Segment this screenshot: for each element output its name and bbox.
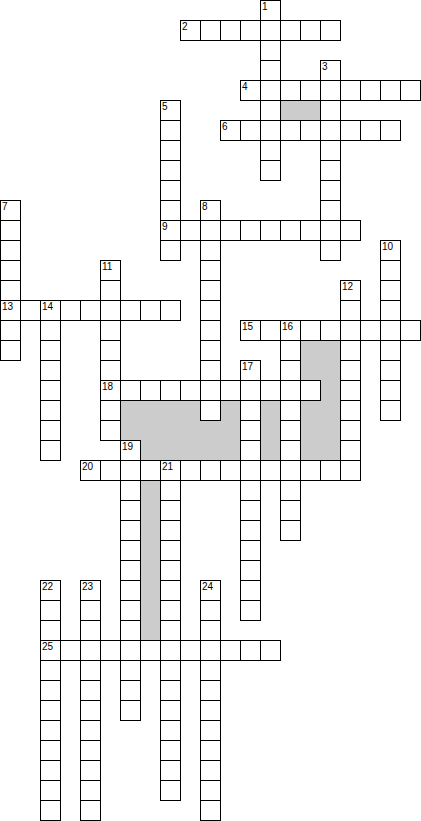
cell-r39c8[interactable]: [160, 780, 181, 801]
cell-r12c10[interactable]: [200, 240, 221, 261]
cell-r25c8[interactable]: [160, 500, 181, 521]
cell-r30c6[interactable]: [120, 600, 141, 621]
cell-r36c8[interactable]: [160, 720, 181, 741]
cell-r23c15[interactable]: [300, 460, 321, 481]
cell-r18c12[interactable]: 17: [240, 360, 261, 381]
cell-r20c17[interactable]: [340, 400, 361, 421]
cell-r4c17[interactable]: [340, 80, 361, 101]
clue-number-18: 18: [102, 381, 113, 393]
cell-r18c10[interactable]: [200, 360, 221, 381]
cell-r6c14[interactable]: [280, 120, 301, 141]
clue-number-15: 15: [242, 321, 253, 333]
cell-r31c4[interactable]: [80, 620, 101, 641]
cell-r40c4[interactable]: [80, 800, 101, 821]
cell-r25c14[interactable]: [280, 500, 301, 521]
shaded-cell-r30c7: [140, 600, 161, 621]
shaded-cell-r24c7: [140, 480, 161, 501]
cell-r16c12[interactable]: 15: [240, 320, 261, 341]
cell-r30c10[interactable]: [200, 600, 221, 621]
cell-r20c2[interactable]: [40, 400, 61, 421]
cell-r31c6[interactable]: [120, 620, 141, 641]
cell-r19c6[interactable]: [120, 380, 141, 401]
cell-r10c16[interactable]: [320, 200, 341, 221]
cell-r15c6[interactable]: [120, 300, 141, 321]
cell-r18c14[interactable]: [280, 360, 301, 381]
cell-r6c18[interactable]: [360, 120, 381, 141]
cell-r11c12[interactable]: [240, 220, 261, 241]
cell-r1c10[interactable]: [200, 20, 221, 41]
cell-r1c12[interactable]: [240, 20, 261, 41]
cell-r1c9[interactable]: 2: [180, 20, 201, 41]
cell-r6c15[interactable]: [300, 120, 321, 141]
cell-r34c6[interactable]: [120, 680, 141, 701]
shaded-cell-r26c7: [140, 520, 161, 541]
cell-r22c17[interactable]: [340, 440, 361, 461]
cell-r4c12[interactable]: 4: [240, 80, 261, 101]
clue-number-1: 1: [262, 1, 268, 13]
cell-r15c8[interactable]: [160, 300, 181, 321]
clue-number-12: 12: [342, 281, 353, 293]
cell-r23c11[interactable]: [220, 460, 241, 481]
cell-r6c13[interactable]: [260, 120, 281, 141]
clue-number-14: 14: [42, 301, 53, 313]
cell-r11c13[interactable]: [260, 220, 281, 241]
cell-r18c19[interactable]: [380, 360, 401, 381]
cell-r19c8[interactable]: [160, 380, 181, 401]
clue-number-9: 9: [162, 221, 168, 233]
cell-r27c12[interactable]: [240, 540, 261, 561]
cell-r38c10[interactable]: [200, 760, 221, 781]
cell-r32c4[interactable]: [80, 640, 101, 661]
cell-r19c2[interactable]: [40, 380, 61, 401]
cell-r1c13[interactable]: [260, 20, 281, 41]
cell-r24c6[interactable]: [120, 480, 141, 501]
shaded-cell-r21c15: [300, 420, 321, 441]
cell-r6c16[interactable]: [320, 120, 341, 141]
shaded-cell-r20c16: [320, 400, 341, 421]
cell-r12c16[interactable]: [320, 240, 341, 261]
cell-r12c19[interactable]: 10: [380, 240, 401, 261]
cell-r13c10[interactable]: [200, 260, 221, 281]
cell-r32c5[interactable]: [100, 640, 121, 661]
cell-r6c11[interactable]: 6: [220, 120, 241, 141]
cell-r21c5[interactable]: [100, 420, 121, 441]
cell-r30c4[interactable]: [80, 600, 101, 621]
shaded-cell-r22c10: [200, 440, 221, 461]
cell-r36c10[interactable]: [200, 720, 221, 741]
cell-r24c14[interactable]: [280, 480, 301, 501]
cell-r28c8[interactable]: [160, 560, 181, 581]
cell-r11c8[interactable]: 9: [160, 220, 181, 241]
cell-r38c8[interactable]: [160, 760, 181, 781]
cell-r16c10[interactable]: [200, 320, 221, 341]
cell-r4c18[interactable]: [360, 80, 381, 101]
cell-r23c6[interactable]: [120, 460, 141, 481]
cell-r25c6[interactable]: [120, 500, 141, 521]
cell-r18c17[interactable]: [340, 360, 361, 381]
cell-r36c2[interactable]: [40, 720, 61, 741]
cell-r38c2[interactable]: [40, 760, 61, 781]
cell-r16c2[interactable]: [40, 320, 61, 341]
cell-r21c2[interactable]: [40, 420, 61, 441]
cell-r15c5[interactable]: [100, 300, 121, 321]
shaded-cell-r19c16: [320, 380, 341, 401]
cell-r35c4[interactable]: [80, 700, 101, 721]
cell-r16c19[interactable]: [380, 320, 401, 341]
cell-r19c19[interactable]: [380, 380, 401, 401]
cell-r32c3[interactable]: [60, 640, 81, 661]
cell-r11c11[interactable]: [220, 220, 241, 241]
cell-r21c17[interactable]: [340, 420, 361, 441]
cell-r17c2[interactable]: [40, 340, 61, 361]
cell-r29c4[interactable]: 23: [80, 580, 101, 601]
cell-r15c3[interactable]: [60, 300, 81, 321]
cell-r8c13[interactable]: [260, 160, 281, 181]
cell-r19c17[interactable]: [340, 380, 361, 401]
cell-r12c0[interactable]: [0, 240, 21, 261]
cell-r16c17[interactable]: [340, 320, 361, 341]
cell-r35c2[interactable]: [40, 700, 61, 721]
cell-r10c8[interactable]: [160, 200, 181, 221]
clue-number-23: 23: [82, 581, 93, 593]
cell-r29c2[interactable]: 22: [40, 580, 61, 601]
cell-r29c10[interactable]: 24: [200, 580, 221, 601]
clue-number-10: 10: [382, 241, 393, 253]
shaded-cell-r28c7: [140, 560, 161, 581]
cell-r10c0[interactable]: 7: [0, 200, 21, 221]
cell-r22c14[interactable]: [280, 440, 301, 461]
cell-r12c8[interactable]: [160, 240, 181, 261]
cell-r30c8[interactable]: [160, 600, 181, 621]
shaded-cell-r21c10: [200, 420, 221, 441]
shaded-cell-r21c11: [220, 420, 241, 441]
cell-r34c8[interactable]: [160, 680, 181, 701]
cell-r23c4[interactable]: 20: [80, 460, 101, 481]
cell-r30c2[interactable]: [40, 600, 61, 621]
cell-r19c14[interactable]: [280, 380, 301, 401]
cell-r16c13[interactable]: [260, 320, 281, 341]
cell-r16c20[interactable]: [400, 320, 421, 341]
cell-r19c5[interactable]: 18: [100, 380, 121, 401]
shaded-cell-r21c7: [140, 420, 161, 441]
clue-number-8: 8: [202, 201, 208, 213]
shaded-cell-r21c16: [320, 420, 341, 441]
shaded-cell-r22c15: [300, 440, 321, 461]
shaded-cell-r22c9: [180, 440, 201, 461]
cell-r9c16[interactable]: [320, 180, 341, 201]
cell-r14c0[interactable]: [0, 280, 21, 301]
cell-r33c2[interactable]: [40, 660, 61, 681]
cell-r32c12[interactable]: [240, 640, 261, 661]
cell-r4c20[interactable]: [400, 80, 421, 101]
shaded-cell-r22c13: [260, 440, 281, 461]
shaded-cell-r20c7: [140, 400, 161, 421]
clue-number-25: 25: [42, 641, 53, 653]
cell-r19c13[interactable]: [260, 380, 281, 401]
cell-r16c16[interactable]: [320, 320, 341, 341]
cell-r25c12[interactable]: [240, 500, 261, 521]
cell-r16c0[interactable]: [0, 320, 21, 341]
cell-r34c10[interactable]: [200, 680, 221, 701]
cell-r4c14[interactable]: [280, 80, 301, 101]
cell-r32c10[interactable]: [200, 640, 221, 661]
cell-r1c16[interactable]: [320, 20, 341, 41]
clue-number-20: 20: [82, 461, 93, 473]
cell-r23c5[interactable]: [100, 460, 121, 481]
cell-r18c5[interactable]: [100, 360, 121, 381]
shaded-cell-r22c7: [140, 440, 161, 461]
cell-r32c11[interactable]: [220, 640, 241, 661]
cell-r40c10[interactable]: [200, 800, 221, 821]
cell-r39c4[interactable]: [80, 780, 101, 801]
cell-r23c14[interactable]: [280, 460, 301, 481]
clue-number-11: 11: [102, 261, 112, 273]
cell-r26c8[interactable]: [160, 520, 181, 541]
cell-r26c12[interactable]: [240, 520, 261, 541]
cell-r39c2[interactable]: [40, 780, 61, 801]
cell-r32c13[interactable]: [260, 640, 281, 661]
cell-r27c8[interactable]: [160, 540, 181, 561]
clue-number-6: 6: [222, 121, 228, 133]
cell-r22c6[interactable]: 19: [120, 440, 141, 461]
cell-r15c0[interactable]: 13: [0, 300, 21, 321]
cell-r6c19[interactable]: [380, 120, 401, 141]
cell-r20c10[interactable]: [200, 400, 221, 421]
clue-number-17: 17: [242, 361, 253, 373]
cell-r11c16[interactable]: [320, 220, 341, 241]
shaded-cell-r20c15: [300, 400, 321, 421]
cell-r16c14[interactable]: 16: [280, 320, 301, 341]
shaded-cell-r22c8: [160, 440, 181, 461]
cell-r21c12[interactable]: [240, 420, 261, 441]
cell-r7c8[interactable]: [160, 140, 181, 161]
shaded-cell-r18c16: [320, 360, 341, 381]
cell-r33c6[interactable]: [120, 660, 141, 681]
shaded-cell-r5c15: [300, 100, 321, 121]
cell-r19c7[interactable]: [140, 380, 161, 401]
cell-r32c2[interactable]: 25: [40, 640, 61, 661]
cell-r7c16[interactable]: [320, 140, 341, 161]
clue-number-5: 5: [162, 101, 168, 113]
cell-r23c8[interactable]: 21: [160, 460, 181, 481]
cell-r40c2[interactable]: [40, 800, 61, 821]
cell-r17c0[interactable]: [0, 340, 21, 361]
shaded-cell-r21c8: [160, 420, 181, 441]
cell-r37c2[interactable]: [40, 740, 61, 761]
cell-r11c0[interactable]: [0, 220, 21, 241]
cell-r1c11[interactable]: [220, 20, 241, 41]
shaded-cell-r5c14: [280, 100, 301, 121]
cell-r19c12[interactable]: [240, 380, 261, 401]
cell-r32c8[interactable]: [160, 640, 181, 661]
cell-r15c19[interactable]: [380, 300, 401, 321]
cell-r22c12[interactable]: [240, 440, 261, 461]
cell-r17c5[interactable]: [100, 340, 121, 361]
shaded-cell-r18c15: [300, 360, 321, 381]
cell-r32c6[interactable]: [120, 640, 141, 661]
cell-r14c17[interactable]: 12: [340, 280, 361, 301]
cell-r23c16[interactable]: [320, 460, 341, 481]
cell-r35c8[interactable]: [160, 700, 181, 721]
cell-r24c12[interactable]: [240, 480, 261, 501]
cell-r11c17[interactable]: [340, 220, 361, 241]
cell-r20c19[interactable]: [380, 400, 401, 421]
cell-r20c14[interactable]: [280, 400, 301, 421]
cell-r21c14[interactable]: [280, 420, 301, 441]
shaded-cell-r31c7: [140, 620, 161, 641]
cell-r23c17[interactable]: [340, 460, 361, 481]
cell-r19c10[interactable]: [200, 380, 221, 401]
cell-r19c9[interactable]: [180, 380, 201, 401]
shaded-cell-r21c9: [180, 420, 201, 441]
cell-r4c15[interactable]: [300, 80, 321, 101]
cell-r28c12[interactable]: [240, 560, 261, 581]
cell-r14c10[interactable]: [200, 280, 221, 301]
clue-number-3: 3: [322, 61, 328, 73]
clue-number-2: 2: [182, 21, 188, 33]
cell-r13c0[interactable]: [0, 260, 21, 281]
cell-r3c13[interactable]: [260, 60, 281, 81]
cell-r3c16[interactable]: 3: [320, 60, 341, 81]
shaded-cell-r21c13: [260, 420, 281, 441]
cell-r23c7[interactable]: [140, 460, 161, 481]
cell-r16c15[interactable]: [300, 320, 321, 341]
cell-r2c13[interactable]: [260, 40, 281, 61]
cell-r1c14[interactable]: [280, 20, 301, 41]
clue-number-19: 19: [122, 441, 133, 453]
cell-r19c15[interactable]: [300, 380, 321, 401]
cell-r31c10[interactable]: [200, 620, 221, 641]
clue-number-13: 13: [2, 301, 13, 313]
cell-r16c18[interactable]: [360, 320, 381, 341]
shaded-cell-r22c16: [320, 440, 341, 461]
cell-r33c8[interactable]: [160, 660, 181, 681]
cell-r34c2[interactable]: [40, 680, 61, 701]
cell-r35c6[interactable]: [120, 700, 141, 721]
cell-r6c12[interactable]: [240, 120, 261, 141]
clue-number-4: 4: [242, 81, 248, 93]
cell-r5c8[interactable]: 5: [160, 100, 181, 121]
cell-r17c14[interactable]: [280, 340, 301, 361]
cell-r6c8[interactable]: [160, 120, 181, 141]
cell-r19c11[interactable]: [220, 380, 241, 401]
cell-r22c2[interactable]: [40, 440, 61, 461]
cell-r14c5[interactable]: [100, 280, 121, 301]
cell-r15c4[interactable]: [80, 300, 101, 321]
cell-r17c10[interactable]: [200, 340, 221, 361]
cell-r13c5[interactable]: 11: [100, 260, 121, 281]
cell-r16c5[interactable]: [100, 320, 121, 341]
shaded-cell-r22c11: [220, 440, 241, 461]
shaded-cell-r20c13: [260, 400, 281, 421]
clue-number-7: 7: [2, 201, 8, 213]
cell-r10c10[interactable]: 8: [200, 200, 221, 221]
cell-r11c15[interactable]: [300, 220, 321, 241]
cell-r23c9[interactable]: [180, 460, 201, 481]
cell-r24c8[interactable]: [160, 480, 181, 501]
cell-r15c7[interactable]: [140, 300, 161, 321]
cell-r4c16[interactable]: [320, 80, 341, 101]
cell-r34c4[interactable]: [80, 680, 101, 701]
cell-r39c10[interactable]: [200, 780, 221, 801]
cell-r29c8[interactable]: [160, 580, 181, 601]
cell-r1c15[interactable]: [300, 20, 321, 41]
cell-r38c4[interactable]: [80, 760, 101, 781]
cell-r5c16[interactable]: [320, 100, 341, 121]
cell-r17c17[interactable]: [340, 340, 361, 361]
clue-number-16: 16: [282, 321, 293, 333]
cell-r11c10[interactable]: [200, 220, 221, 241]
cell-r17c19[interactable]: [380, 340, 401, 361]
clue-number-22: 22: [42, 581, 53, 593]
cell-r28c6[interactable]: [120, 560, 141, 581]
cell-r35c10[interactable]: [200, 700, 221, 721]
cell-r8c16[interactable]: [320, 160, 341, 181]
cell-r33c4[interactable]: [80, 660, 101, 681]
cell-r15c10[interactable]: [200, 300, 221, 321]
clue-number-24: 24: [202, 581, 213, 593]
cell-r11c9[interactable]: [180, 220, 201, 241]
cell-r15c1[interactable]: [20, 300, 41, 321]
cell-r37c4[interactable]: [80, 740, 101, 761]
cell-r26c14[interactable]: [280, 520, 301, 541]
shaded-cell-r27c7: [140, 540, 161, 561]
cell-r37c8[interactable]: [160, 740, 181, 761]
shaded-cell-r21c6: [120, 420, 141, 441]
cell-r32c9[interactable]: [180, 640, 201, 661]
cell-r36c4[interactable]: [80, 720, 101, 741]
cell-r18c2[interactable]: [40, 360, 61, 381]
cell-r14c19[interactable]: [380, 280, 401, 301]
cell-r4c13[interactable]: [260, 80, 281, 101]
cell-r15c2[interactable]: 14: [40, 300, 61, 321]
cell-r6c17[interactable]: [340, 120, 361, 141]
cell-r23c10[interactable]: [200, 460, 221, 481]
crossword-board: 1234567891011121314151617181920212223242…: [0, 0, 421, 821]
cell-r13c19[interactable]: [380, 260, 401, 281]
cell-r23c13[interactable]: [260, 460, 281, 481]
cell-r31c2[interactable]: [40, 620, 61, 641]
cell-r8c8[interactable]: [160, 160, 181, 181]
cell-r15c17[interactable]: [340, 300, 361, 321]
cell-r11c14[interactable]: [280, 220, 301, 241]
cell-r4c19[interactable]: [380, 80, 401, 101]
shaded-cell-r20c8: [160, 400, 181, 421]
cell-r31c8[interactable]: [160, 620, 181, 641]
shaded-cell-r17c15: [300, 340, 321, 361]
cell-r27c6[interactable]: [120, 540, 141, 561]
cell-r33c10[interactable]: [200, 660, 221, 681]
cell-r37c10[interactable]: [200, 740, 221, 761]
cell-r23c12[interactable]: [240, 460, 261, 481]
cell-r7c13[interactable]: [260, 140, 281, 161]
clue-number-21: 21: [162, 461, 173, 473]
cell-r32c7[interactable]: [140, 640, 161, 661]
cell-r29c12[interactable]: [240, 580, 261, 601]
cell-r20c12[interactable]: [240, 400, 261, 421]
cell-r20c5[interactable]: [100, 400, 121, 421]
shaded-cell-r20c11: [220, 400, 241, 421]
shaded-cell-r20c6: [120, 400, 141, 421]
cell-r29c6[interactable]: [120, 580, 141, 601]
shaded-cell-r25c7: [140, 500, 161, 521]
cell-r9c8[interactable]: [160, 180, 181, 201]
shaded-cell-r20c9: [180, 400, 201, 421]
cell-r26c6[interactable]: [120, 520, 141, 541]
cell-r0c13[interactable]: 1: [260, 0, 281, 21]
cell-r5c13[interactable]: [260, 100, 281, 121]
cell-r30c12[interactable]: [240, 600, 261, 621]
